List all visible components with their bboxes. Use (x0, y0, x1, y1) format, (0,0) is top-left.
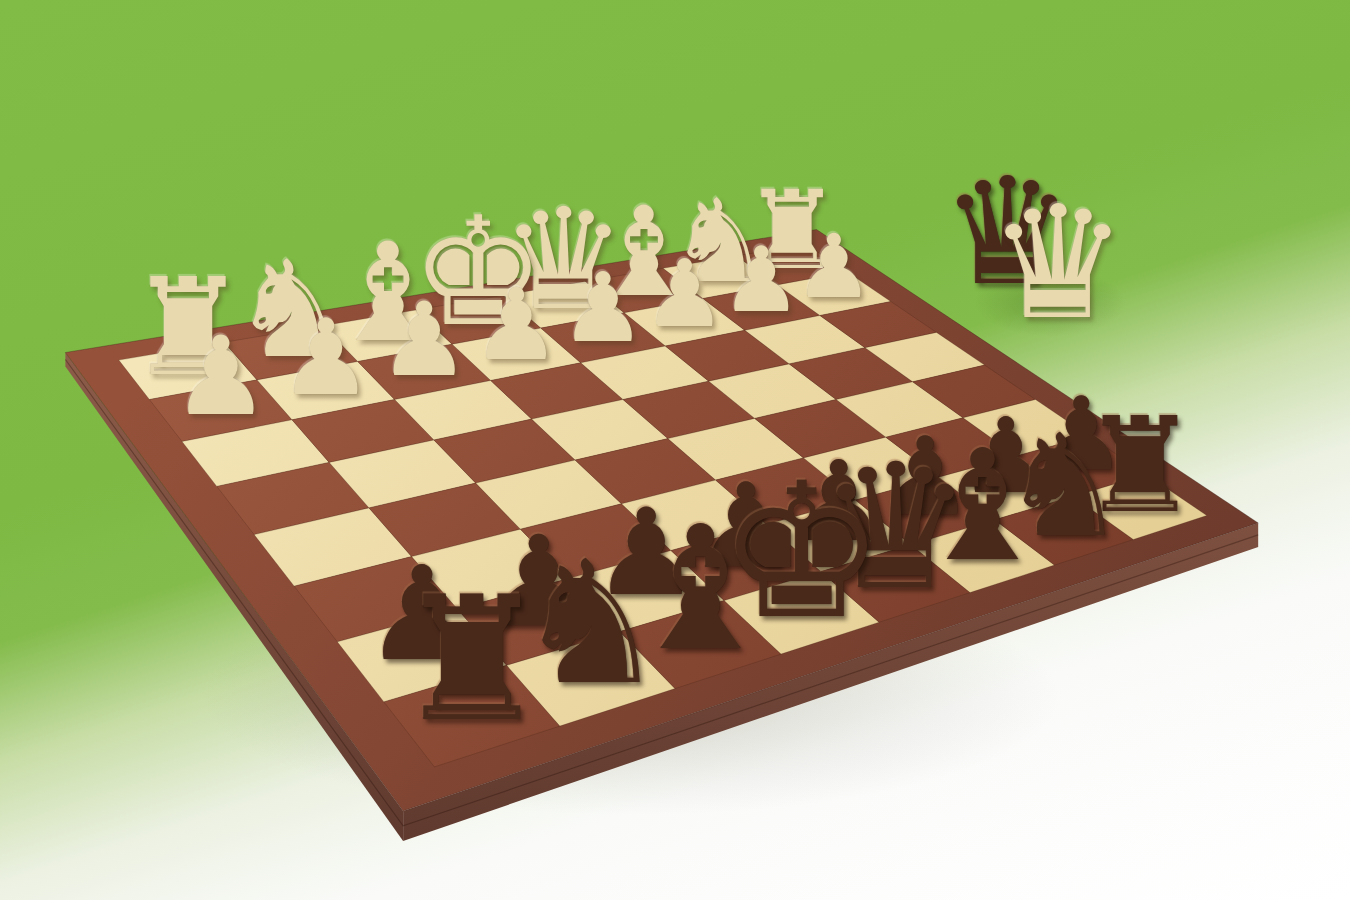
piece-white-pawn[interactable]: ♟ (472, 274, 561, 373)
piece-white-pawn[interactable]: ♟ (379, 289, 470, 391)
piece-white-pawn[interactable]: ♟ (279, 305, 373, 410)
piece-white-pawn[interactable]: ♟ (721, 235, 802, 325)
spare-queen-light[interactable]: ♛ (988, 185, 1128, 341)
piece-white-pawn[interactable]: ♟ (172, 322, 270, 431)
scene: ♜♞♝♛♚♝♞♜♟♟♟♟♟♟♟♟♟♟♟♟♟♟♟♟♜♞♝♛♚♝♞♜♛♛ chess (0, 0, 1350, 900)
piece-white-pawn[interactable]: ♟ (560, 260, 646, 356)
piece-white-pawn[interactable]: ♟ (795, 223, 874, 311)
piece-black-rook[interactable]: ♜ (395, 574, 549, 746)
piece-white-pawn[interactable]: ♟ (643, 247, 726, 340)
